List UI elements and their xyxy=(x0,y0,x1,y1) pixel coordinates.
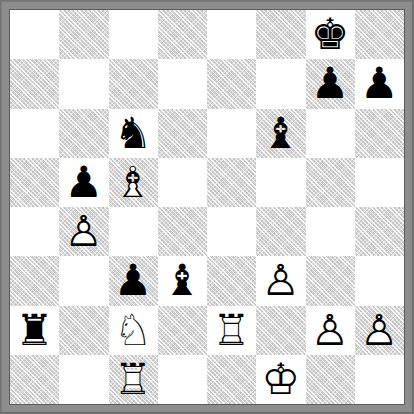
square-c6[interactable]: ♞ xyxy=(109,109,158,158)
square-e7[interactable] xyxy=(207,59,256,108)
piece-outline: ♙ xyxy=(306,306,355,355)
square-b3[interactable] xyxy=(59,256,108,305)
square-b7[interactable] xyxy=(59,59,108,108)
square-f3[interactable]: ♟♙ xyxy=(256,256,305,305)
square-e3[interactable] xyxy=(207,256,256,305)
square-h5[interactable] xyxy=(355,158,404,207)
square-a2[interactable]: ♜ xyxy=(10,306,59,355)
square-c5[interactable]: ♝♗ xyxy=(109,158,158,207)
square-f4[interactable] xyxy=(256,207,305,256)
square-e4[interactable] xyxy=(207,207,256,256)
square-h7[interactable]: ♟ xyxy=(355,59,404,108)
square-h4[interactable] xyxy=(355,207,404,256)
square-b8[interactable] xyxy=(59,10,108,59)
square-d1[interactable] xyxy=(158,355,207,404)
square-c7[interactable] xyxy=(109,59,158,108)
square-a6[interactable] xyxy=(10,109,59,158)
black-pawn: ♟ xyxy=(109,256,158,305)
square-b2[interactable] xyxy=(59,306,108,355)
black-rook: ♜ xyxy=(10,306,59,355)
white-bishop: ♝♗ xyxy=(109,158,158,207)
white-pawn: ♟♙ xyxy=(355,306,404,355)
square-a4[interactable] xyxy=(10,207,59,256)
black-pawn: ♟ xyxy=(355,59,404,108)
black-pawn: ♟ xyxy=(306,59,355,108)
square-g2[interactable]: ♟♙ xyxy=(306,306,355,355)
square-h2[interactable]: ♟♙ xyxy=(355,306,404,355)
piece-outline: ♙ xyxy=(355,306,404,355)
board-frame: ♚♟♟♞♝♟♝♗♟♙♟♝♟♙♜♞♘♜♖♟♙♟♙♜♖♚♔ xyxy=(0,0,414,414)
square-e1[interactable] xyxy=(207,355,256,404)
white-knight: ♞♘ xyxy=(109,306,158,355)
chess-board: ♚♟♟♞♝♟♝♗♟♙♟♝♟♙♜♞♘♜♖♟♙♟♙♜♖♚♔ xyxy=(10,10,404,404)
black-knight: ♞ xyxy=(109,109,158,158)
piece-outline: ♔ xyxy=(256,355,305,404)
square-d8[interactable] xyxy=(158,10,207,59)
square-d4[interactable] xyxy=(158,207,207,256)
white-king: ♚♔ xyxy=(256,355,305,404)
square-a7[interactable] xyxy=(10,59,59,108)
square-g3[interactable] xyxy=(306,256,355,305)
square-b4[interactable]: ♟♙ xyxy=(59,207,108,256)
square-e5[interactable] xyxy=(207,158,256,207)
square-a3[interactable] xyxy=(10,256,59,305)
square-f2[interactable] xyxy=(256,306,305,355)
square-g8[interactable]: ♚ xyxy=(306,10,355,59)
square-c8[interactable] xyxy=(109,10,158,59)
piece-outline: ♙ xyxy=(59,207,108,256)
white-rook: ♜♖ xyxy=(109,355,158,404)
white-pawn: ♟♙ xyxy=(306,306,355,355)
square-h6[interactable] xyxy=(355,109,404,158)
black-bishop: ♝ xyxy=(158,256,207,305)
square-g7[interactable]: ♟ xyxy=(306,59,355,108)
square-h8[interactable] xyxy=(355,10,404,59)
piece-outline: ♙ xyxy=(256,256,305,305)
square-a5[interactable] xyxy=(10,158,59,207)
square-b5[interactable]: ♟ xyxy=(59,158,108,207)
square-d6[interactable] xyxy=(158,109,207,158)
square-g5[interactable] xyxy=(306,158,355,207)
square-e2[interactable]: ♜♖ xyxy=(207,306,256,355)
square-h3[interactable] xyxy=(355,256,404,305)
white-rook: ♜♖ xyxy=(207,306,256,355)
square-d2[interactable] xyxy=(158,306,207,355)
piece-outline: ♘ xyxy=(109,306,158,355)
square-e8[interactable] xyxy=(207,10,256,59)
square-a1[interactable] xyxy=(10,355,59,404)
square-c2[interactable]: ♞♘ xyxy=(109,306,158,355)
square-g1[interactable] xyxy=(306,355,355,404)
piece-outline: ♗ xyxy=(109,158,158,207)
square-c4[interactable] xyxy=(109,207,158,256)
square-f1[interactable]: ♚♔ xyxy=(256,355,305,404)
square-d3[interactable]: ♝ xyxy=(158,256,207,305)
black-king: ♚ xyxy=(306,10,355,59)
square-b6[interactable] xyxy=(59,109,108,158)
square-f7[interactable] xyxy=(256,59,305,108)
white-pawn: ♟♙ xyxy=(59,207,108,256)
square-d5[interactable] xyxy=(158,158,207,207)
square-c1[interactable]: ♜♖ xyxy=(109,355,158,404)
square-d7[interactable] xyxy=(158,59,207,108)
square-c3[interactable]: ♟ xyxy=(109,256,158,305)
black-bishop: ♝ xyxy=(256,109,305,158)
chess-diagram: ♚♟♟♞♝♟♝♗♟♙♟♝♟♙♜♞♘♜♖♟♙♟♙♜♖♚♔ xyxy=(0,0,414,414)
square-a8[interactable] xyxy=(10,10,59,59)
square-b1[interactable] xyxy=(59,355,108,404)
black-pawn: ♟ xyxy=(59,158,108,207)
square-f6[interactable]: ♝ xyxy=(256,109,305,158)
square-f5[interactable] xyxy=(256,158,305,207)
square-g6[interactable] xyxy=(306,109,355,158)
square-h1[interactable] xyxy=(355,355,404,404)
piece-outline: ♖ xyxy=(207,306,256,355)
square-e6[interactable] xyxy=(207,109,256,158)
white-pawn: ♟♙ xyxy=(256,256,305,305)
square-g4[interactable] xyxy=(306,207,355,256)
piece-outline: ♖ xyxy=(109,355,158,404)
square-f8[interactable] xyxy=(256,10,305,59)
